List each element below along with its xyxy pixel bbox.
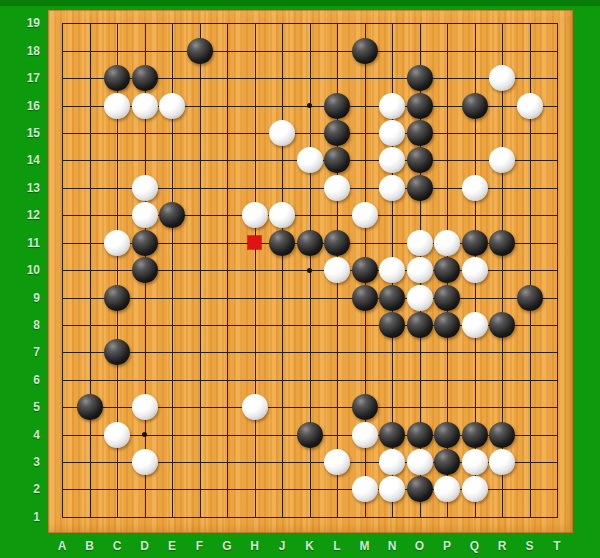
grid-line-horizontal (62, 517, 558, 518)
white-stone-m12 (352, 202, 378, 228)
black-stone-m9 (352, 285, 378, 311)
grid-line-horizontal (62, 380, 558, 381)
black-stone-r11 (489, 230, 515, 256)
black-stone-f18 (187, 38, 213, 64)
grid-line-vertical (557, 23, 558, 518)
column-label-l: L (327, 540, 347, 552)
column-label-c: C (107, 540, 127, 552)
black-stone-o2 (407, 476, 433, 502)
black-stone-o16 (407, 93, 433, 119)
white-stone-d13 (132, 175, 158, 201)
white-stone-d16 (132, 93, 158, 119)
white-stone-q13 (462, 175, 488, 201)
white-stone-n2 (379, 476, 405, 502)
column-label-s: S (520, 540, 540, 552)
row-label-3: 3 (12, 456, 40, 468)
black-stone-k4 (297, 422, 323, 448)
top-border-strip (0, 0, 600, 6)
black-stone-p10 (434, 257, 460, 283)
white-stone-o3 (407, 449, 433, 475)
white-stone-n15 (379, 120, 405, 146)
column-label-b: B (80, 540, 100, 552)
column-label-r: R (492, 540, 512, 552)
black-stone-l14 (324, 147, 350, 173)
black-stone-o8 (407, 312, 433, 338)
white-stone-q8 (462, 312, 488, 338)
white-stone-m2 (352, 476, 378, 502)
white-stone-d5 (132, 394, 158, 420)
white-stone-r17 (489, 65, 515, 91)
white-stone-n14 (379, 147, 405, 173)
white-stone-n10 (379, 257, 405, 283)
white-stone-k14 (297, 147, 323, 173)
black-stone-c9 (104, 285, 130, 311)
black-stone-m5 (352, 394, 378, 420)
white-stone-j15 (269, 120, 295, 146)
row-label-10: 10 (12, 264, 40, 276)
white-stone-d3 (132, 449, 158, 475)
black-stone-r8 (489, 312, 515, 338)
white-stone-l10 (324, 257, 350, 283)
white-stone-p11 (434, 230, 460, 256)
black-stone-d10 (132, 257, 158, 283)
black-stone-l11 (324, 230, 350, 256)
row-label-17: 17 (12, 72, 40, 84)
grid-line-horizontal (62, 352, 558, 353)
column-label-n: N (382, 540, 402, 552)
black-stone-o17 (407, 65, 433, 91)
white-stone-d12 (132, 202, 158, 228)
black-stone-l15 (324, 120, 350, 146)
white-stone-m4 (352, 422, 378, 448)
black-stone-p3 (434, 449, 460, 475)
black-stone-e12 (159, 202, 185, 228)
star-point-d4 (142, 432, 147, 437)
black-stone-p9 (434, 285, 460, 311)
row-label-12: 12 (12, 209, 40, 221)
black-stone-p8 (434, 312, 460, 338)
black-stone-q11 (462, 230, 488, 256)
row-label-11: 11 (12, 237, 40, 249)
column-label-q: Q (465, 540, 485, 552)
black-stone-o15 (407, 120, 433, 146)
white-stone-p2 (434, 476, 460, 502)
column-label-d: D (135, 540, 155, 552)
column-label-o: O (410, 540, 430, 552)
black-stone-s9 (517, 285, 543, 311)
white-stone-h12 (242, 202, 268, 228)
column-label-g: G (217, 540, 237, 552)
star-point-k16 (307, 103, 312, 108)
black-stone-n4 (379, 422, 405, 448)
white-stone-c11 (104, 230, 130, 256)
black-stone-q16 (462, 93, 488, 119)
white-stone-s16 (517, 93, 543, 119)
row-label-5: 5 (12, 401, 40, 413)
white-stone-j12 (269, 202, 295, 228)
black-stone-m18 (352, 38, 378, 64)
white-stone-n3 (379, 449, 405, 475)
row-label-1: 1 (12, 511, 40, 523)
white-stone-n13 (379, 175, 405, 201)
white-stone-o11 (407, 230, 433, 256)
white-stone-o10 (407, 257, 433, 283)
black-stone-n8 (379, 312, 405, 338)
white-stone-h5 (242, 394, 268, 420)
black-stone-o14 (407, 147, 433, 173)
grid-line-horizontal (62, 298, 558, 299)
black-stone-o13 (407, 175, 433, 201)
go-app-background: 19181716151413121110987654321ABCDEFGHJKL… (0, 0, 600, 558)
column-label-e: E (162, 540, 182, 552)
white-stone-n16 (379, 93, 405, 119)
row-label-7: 7 (12, 346, 40, 358)
black-stone-r4 (489, 422, 515, 448)
row-label-6: 6 (12, 374, 40, 386)
white-stone-l13 (324, 175, 350, 201)
black-stone-c17 (104, 65, 130, 91)
star-point-k10 (307, 268, 312, 273)
white-stone-q2 (462, 476, 488, 502)
white-stone-q10 (462, 257, 488, 283)
row-label-16: 16 (12, 100, 40, 112)
white-stone-c16 (104, 93, 130, 119)
column-label-k: K (300, 540, 320, 552)
row-label-8: 8 (12, 319, 40, 331)
column-label-h: H (245, 540, 265, 552)
row-label-13: 13 (12, 182, 40, 194)
white-stone-r14 (489, 147, 515, 173)
black-stone-l16 (324, 93, 350, 119)
black-stone-m10 (352, 257, 378, 283)
black-stone-o4 (407, 422, 433, 448)
white-stone-l3 (324, 449, 350, 475)
row-label-14: 14 (12, 154, 40, 166)
column-label-j: J (272, 540, 292, 552)
black-stone-k11 (297, 230, 323, 256)
white-stone-r3 (489, 449, 515, 475)
black-stone-p4 (434, 422, 460, 448)
goban-board[interactable] (48, 10, 573, 533)
row-label-15: 15 (12, 127, 40, 139)
black-stone-b5 (77, 394, 103, 420)
white-stone-o9 (407, 285, 433, 311)
row-label-9: 9 (12, 292, 40, 304)
column-label-f: F (190, 540, 210, 552)
column-label-t: T (547, 540, 567, 552)
black-stone-q4 (462, 422, 488, 448)
black-stone-d11 (132, 230, 158, 256)
column-label-p: P (437, 540, 457, 552)
white-stone-q3 (462, 449, 488, 475)
column-label-m: M (355, 540, 375, 552)
black-stone-d17 (132, 65, 158, 91)
row-label-19: 19 (12, 17, 40, 29)
row-label-4: 4 (12, 429, 40, 441)
black-stone-c7 (104, 339, 130, 365)
last-move-marker (248, 236, 261, 249)
white-stone-c4 (104, 422, 130, 448)
black-stone-n9 (379, 285, 405, 311)
black-stone-j11 (269, 230, 295, 256)
column-label-a: A (52, 540, 72, 552)
row-label-18: 18 (12, 45, 40, 57)
white-stone-e16 (159, 93, 185, 119)
row-label-2: 2 (12, 483, 40, 495)
